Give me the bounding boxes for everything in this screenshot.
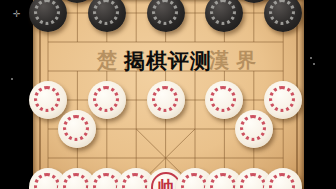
piece-ornament-ring-icon	[152, 0, 178, 25]
piece-ornament-ring-icon	[240, 173, 266, 189]
piece-red-face-down[interactable]	[88, 81, 126, 119]
piece-ornament-ring-icon	[63, 115, 89, 141]
video-caption-title: 揭棋评测	[124, 47, 212, 75]
noise-sparkle	[11, 78, 13, 80]
piece-red-face-down[interactable]	[235, 110, 273, 148]
piece-ornament-ring-icon	[63, 173, 89, 189]
piece-red-face-down[interactable]	[264, 81, 302, 119]
river-label-right: 漢界	[209, 48, 263, 72]
piece-red-face-down[interactable]	[147, 81, 185, 119]
video-frame: 楚河 漢界 帅 揭棋评测 ✛	[0, 0, 336, 189]
piece-ornament-ring-icon	[93, 173, 119, 189]
piece-ornament-ring-icon	[210, 86, 236, 112]
piece-ornament-ring-icon	[93, 86, 119, 112]
piece-ornament-ring-icon	[269, 173, 295, 189]
piece-ornament-ring-icon	[152, 86, 178, 112]
noise-sparkle	[313, 63, 315, 65]
noise-sparkle: ✛	[13, 9, 21, 19]
piece-ornament-ring-icon	[34, 86, 60, 112]
piece-ornament-ring-icon	[269, 86, 295, 112]
piece-ornament-ring-icon	[210, 173, 236, 189]
piece-ornament-ring-icon	[269, 0, 295, 25]
noise-sparkle	[310, 57, 312, 59]
piece-ornament-ring-icon	[240, 115, 266, 141]
piece-ornament-ring-icon	[181, 173, 207, 189]
piece-ornament-ring-icon	[34, 0, 60, 25]
piece-ornament-ring-icon	[93, 0, 119, 25]
piece-ornament-ring-icon	[122, 173, 148, 189]
piece-ornament-ring-icon	[34, 173, 60, 189]
piece-red-face-down[interactable]	[29, 81, 67, 119]
piece-ornament-ring-icon	[210, 0, 236, 25]
xiangqi-board: 楚河 漢界 帅	[33, 0, 304, 189]
